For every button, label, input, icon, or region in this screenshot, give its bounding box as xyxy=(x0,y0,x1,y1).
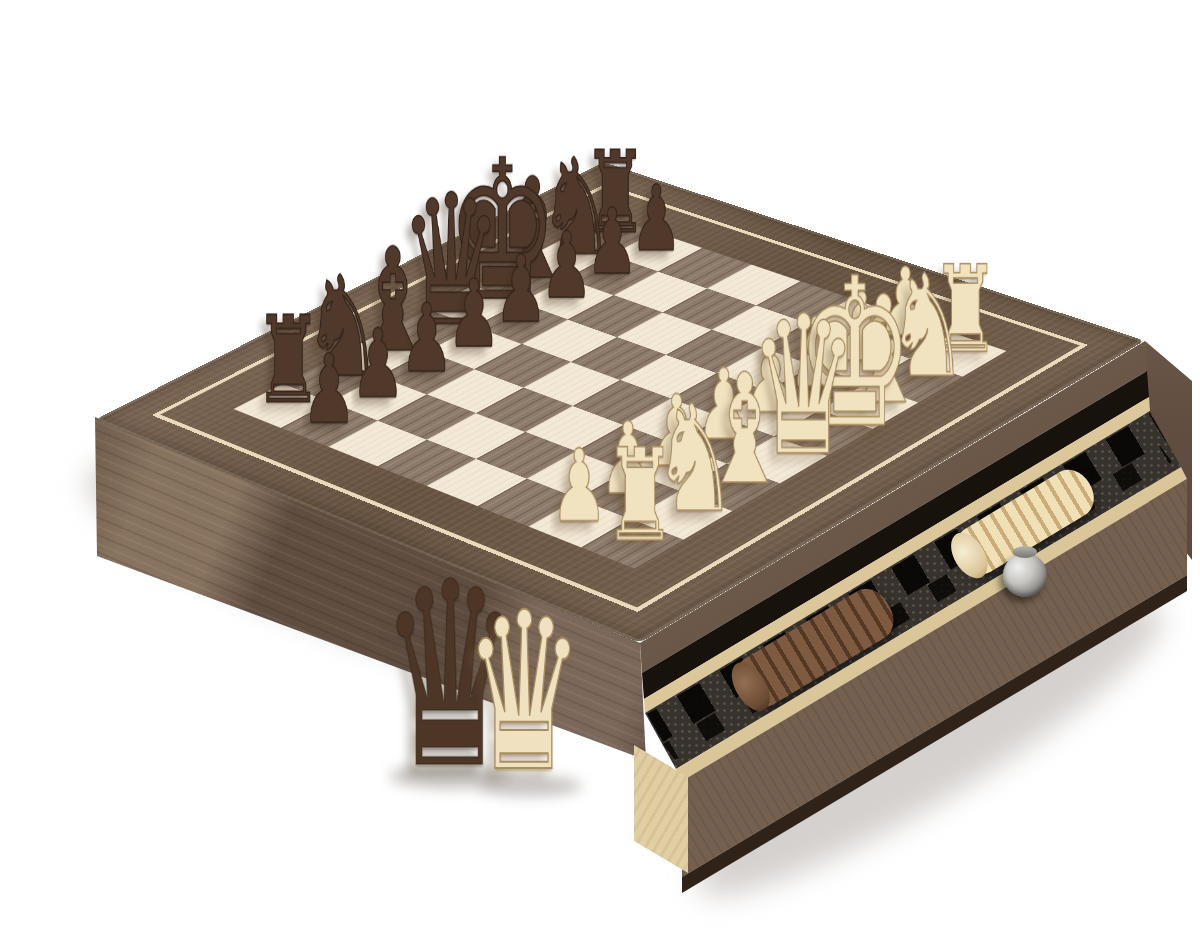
spare-light-queen[interactable]: ♛ xyxy=(463,606,584,780)
board-inner-border: ♜♟♟♜♞♟♟♞♝♟♟♝♚♟♟♚♛♟♟♛♝♟♟♝♞♟♟♞♜♟♟♜ xyxy=(152,184,1088,612)
board-squares: ♜♟♟♜♞♟♟♞♝♟♟♝♚♟♟♚♛♟♟♛♝♟♟♝♞♟♟♞♜♟♟♜ xyxy=(234,216,1007,569)
white-rook-a1[interactable]: ♜ xyxy=(603,445,650,547)
white-pawn-a2[interactable]: ♟ xyxy=(550,446,596,526)
board-stage: ♜♟♟♜♞♟♟♞♝♟♟♝♚♟♟♚♛♟♟♛♝♟♟♝♞♟♟♞♜♟♟♜ xyxy=(221,0,1019,779)
square-b5[interactable] xyxy=(427,413,525,459)
black-pawn-c7[interactable]: ♟ xyxy=(399,300,443,375)
black-pawn-b7[interactable]: ♟ xyxy=(351,325,395,401)
black-pawn-a7[interactable]: ♟ xyxy=(301,351,345,428)
product-photo-scene: ♜♟♟♜♞♟♟♞♝♟♟♝♚♟♟♚♛♟♟♛♝♟♟♝♞♟♟♞♜♟♟♜ ♛ ♛ xyxy=(0,0,1200,929)
drawer-knob[interactable] xyxy=(1003,553,1047,597)
black-rook-a8[interactable]: ♜ xyxy=(254,312,298,408)
